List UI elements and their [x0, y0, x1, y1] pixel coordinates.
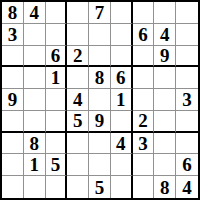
cell-r4c3-given: 1	[46, 67, 68, 89]
cell-r5c8-empty[interactable]	[154, 89, 176, 111]
cell-r3c5-empty[interactable]	[89, 46, 111, 68]
cell-r5c4-given: 4	[67, 89, 89, 111]
cell-r5c3-empty[interactable]	[46, 89, 68, 111]
cell-r3c1-empty[interactable]	[2, 46, 24, 68]
cell-r1c7-empty[interactable]	[133, 2, 155, 24]
cell-r5c9-given: 3	[176, 89, 198, 111]
cell-r5c5-empty[interactable]	[89, 89, 111, 111]
cell-r9c9-given: 4	[176, 176, 198, 198]
cell-r1c5-given: 7	[89, 2, 111, 24]
cell-r4c6-given: 6	[111, 67, 133, 89]
cell-r7c4-empty[interactable]	[67, 133, 89, 155]
cell-r5c1-given: 9	[2, 89, 24, 111]
cell-r6c4-given: 5	[67, 111, 89, 133]
cell-r1c3-empty[interactable]	[46, 2, 68, 24]
cell-r7c3-empty[interactable]	[46, 133, 68, 155]
cell-r9c3-empty[interactable]	[46, 176, 68, 198]
cell-r1c9-empty[interactable]	[176, 2, 198, 24]
sudoku-board: 8473646291869413592843156584	[0, 0, 200, 200]
cell-r6c5-given: 9	[89, 111, 111, 133]
cell-r4c9-empty[interactable]	[176, 67, 198, 89]
cell-r4c7-empty[interactable]	[133, 67, 155, 89]
cell-r8c5-empty[interactable]	[89, 154, 111, 176]
cell-r8c9-given: 6	[176, 154, 198, 176]
cell-r4c1-empty[interactable]	[2, 67, 24, 89]
cell-r6c7-given: 2	[133, 111, 155, 133]
cell-r9c4-empty[interactable]	[67, 176, 89, 198]
cell-r7c6-given: 4	[111, 133, 133, 155]
cell-r9c7-empty[interactable]	[133, 176, 155, 198]
cell-r8c1-empty[interactable]	[2, 154, 24, 176]
cell-r5c6-given: 1	[111, 89, 133, 111]
cell-r2c4-empty[interactable]	[67, 24, 89, 46]
cell-r2c3-empty[interactable]	[46, 24, 68, 46]
cell-r1c8-empty[interactable]	[154, 2, 176, 24]
cell-r2c9-empty[interactable]	[176, 24, 198, 46]
cell-r6c9-empty[interactable]	[176, 111, 198, 133]
cell-r6c6-empty[interactable]	[111, 111, 133, 133]
cell-r2c6-empty[interactable]	[111, 24, 133, 46]
cell-r8c7-empty[interactable]	[133, 154, 155, 176]
cell-r3c9-empty[interactable]	[176, 46, 198, 68]
cell-r7c1-empty[interactable]	[2, 133, 24, 155]
cell-r5c7-empty[interactable]	[133, 89, 155, 111]
cell-r2c5-empty[interactable]	[89, 24, 111, 46]
cell-r8c2-given: 1	[24, 154, 46, 176]
cell-r4c2-empty[interactable]	[24, 67, 46, 89]
cell-r6c2-empty[interactable]	[24, 111, 46, 133]
cell-r9c6-empty[interactable]	[111, 176, 133, 198]
cell-r3c4-given: 2	[67, 46, 89, 68]
cell-r2c7-given: 6	[133, 24, 155, 46]
cell-r3c7-empty[interactable]	[133, 46, 155, 68]
cell-r6c3-empty[interactable]	[46, 111, 68, 133]
cell-r7c8-empty[interactable]	[154, 133, 176, 155]
cell-r8c4-empty[interactable]	[67, 154, 89, 176]
cell-r3c2-empty[interactable]	[24, 46, 46, 68]
cell-r2c2-empty[interactable]	[24, 24, 46, 46]
cell-r7c5-empty[interactable]	[89, 133, 111, 155]
cell-r1c6-empty[interactable]	[111, 2, 133, 24]
cell-r2c8-given: 4	[154, 24, 176, 46]
cell-r7c7-given: 3	[133, 133, 155, 155]
cell-r5c2-empty[interactable]	[24, 89, 46, 111]
cell-r6c1-empty[interactable]	[2, 111, 24, 133]
cell-r1c2-given: 4	[24, 2, 46, 24]
cell-r8c6-empty[interactable]	[111, 154, 133, 176]
cell-r9c8-given: 8	[154, 176, 176, 198]
cell-r4c5-given: 8	[89, 67, 111, 89]
cell-r8c8-empty[interactable]	[154, 154, 176, 176]
cell-r3c6-empty[interactable]	[111, 46, 133, 68]
cell-r9c1-empty[interactable]	[2, 176, 24, 198]
cell-r3c3-given: 6	[46, 46, 68, 68]
cell-r9c2-empty[interactable]	[24, 176, 46, 198]
cell-r3c8-given: 9	[154, 46, 176, 68]
cell-r8c3-given: 5	[46, 154, 68, 176]
cell-r4c4-empty[interactable]	[67, 67, 89, 89]
cell-r6c8-empty[interactable]	[154, 111, 176, 133]
cell-r1c1-given: 8	[2, 2, 24, 24]
cell-r9c5-given: 5	[89, 176, 111, 198]
cell-r7c9-empty[interactable]	[176, 133, 198, 155]
cell-r4c8-empty[interactable]	[154, 67, 176, 89]
cell-r2c1-given: 3	[2, 24, 24, 46]
cell-r1c4-empty[interactable]	[67, 2, 89, 24]
cell-r7c2-given: 8	[24, 133, 46, 155]
